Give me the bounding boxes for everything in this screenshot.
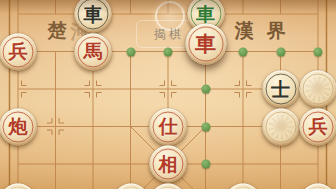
piece-character: 士 xyxy=(271,76,290,102)
piece-character: 兵 xyxy=(9,39,28,65)
move-dot[interactable] xyxy=(126,47,135,56)
move-dot[interactable] xyxy=(164,47,173,56)
piece-red-elephant[interactable]: 相 xyxy=(150,146,187,183)
piece-hidden-face-down[interactable] xyxy=(300,71,336,108)
piece-character: 相 xyxy=(159,151,178,177)
piece-hidden-face-down[interactable] xyxy=(262,108,299,145)
river-text-chu: 楚 xyxy=(48,18,67,44)
piece-black-advisor[interactable]: 士 xyxy=(262,71,299,108)
piece-red-horse[interactable]: 馬 xyxy=(75,33,112,70)
move-dot[interactable] xyxy=(314,47,323,56)
piece-character: 仕 xyxy=(159,114,178,140)
piece-red-chariot[interactable]: 車 xyxy=(185,23,226,64)
river-text-han: 漢 xyxy=(235,18,254,44)
piece-character: 馬 xyxy=(84,39,103,65)
piece-character: 車 xyxy=(84,1,103,27)
piece-red-cannon[interactable]: 炮 xyxy=(0,108,37,145)
move-dot[interactable] xyxy=(276,47,285,56)
move-dot[interactable] xyxy=(201,160,210,169)
move-dot[interactable] xyxy=(201,122,210,131)
xiangqi-board: 揭棋 楚 河 漢 界 車車兵馬車士炮仕兵相 xyxy=(0,0,336,189)
game-mode-label: 揭棋 xyxy=(154,26,184,43)
piece-character: 車 xyxy=(195,30,216,58)
move-dot[interactable] xyxy=(239,47,248,56)
piece-red-soldier[interactable]: 兵 xyxy=(300,108,336,145)
river-text-jie: 界 xyxy=(267,18,286,44)
piece-red-soldier[interactable]: 兵 xyxy=(0,33,37,70)
piece-character: 兵 xyxy=(309,114,328,140)
move-dot[interactable] xyxy=(201,85,210,94)
piece-character: 炮 xyxy=(9,114,28,140)
piece-red-advisor[interactable]: 仕 xyxy=(150,108,187,145)
